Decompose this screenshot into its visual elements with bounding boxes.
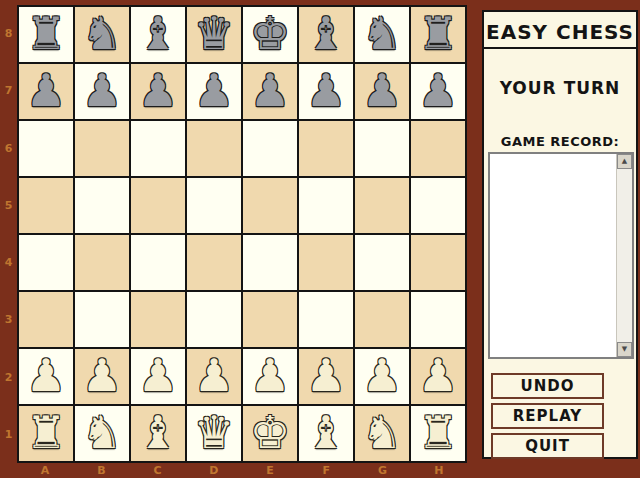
rank-label-4: 4 — [0, 234, 17, 291]
square-g1[interactable]: ♞ — [355, 406, 409, 461]
square-b4[interactable] — [75, 235, 129, 290]
square-e6[interactable] — [243, 121, 297, 176]
square-b8[interactable]: ♞ — [75, 7, 129, 62]
black-knight-piece[interactable]: ♞ — [82, 11, 122, 56]
square-f1[interactable]: ♝ — [299, 406, 353, 461]
square-d8[interactable]: ♛ — [187, 7, 241, 62]
square-a1[interactable]: ♜ — [19, 406, 73, 461]
square-c2[interactable]: ♟ — [131, 349, 185, 404]
square-h4[interactable] — [411, 235, 465, 290]
white-rook-piece[interactable]: ♜ — [26, 410, 66, 455]
square-b1[interactable]: ♞ — [75, 406, 129, 461]
square-e8[interactable]: ♚ — [243, 7, 297, 62]
square-d5[interactable] — [187, 178, 241, 233]
square-f3[interactable] — [299, 292, 353, 347]
black-bishop-piece[interactable]: ♝ — [306, 11, 346, 56]
square-h7[interactable]: ♟ — [411, 64, 465, 119]
black-pawn-piece[interactable]: ♟ — [250, 68, 290, 113]
square-e1[interactable]: ♚ — [243, 406, 297, 461]
square-h1[interactable]: ♜ — [411, 406, 465, 461]
rank-label-1: 1 — [0, 406, 17, 463]
square-d2[interactable]: ♟ — [187, 349, 241, 404]
square-e5[interactable] — [243, 178, 297, 233]
square-h3[interactable] — [411, 292, 465, 347]
white-queen-piece[interactable]: ♛ — [194, 410, 234, 455]
rank-label-3: 3 — [0, 291, 17, 348]
game-record-box[interactable]: ▲ ▼ — [488, 152, 634, 359]
square-a8[interactable]: ♜ — [19, 7, 73, 62]
app-title-wrap: EASY CHESS — [484, 20, 636, 49]
rank-label-8: 8 — [0, 5, 17, 62]
square-b2[interactable]: ♟ — [75, 349, 129, 404]
square-b6[interactable] — [75, 121, 129, 176]
white-pawn-piece[interactable]: ♟ — [82, 353, 122, 398]
white-pawn-piece[interactable]: ♟ — [250, 353, 290, 398]
square-a4[interactable] — [19, 235, 73, 290]
black-rook-piece[interactable]: ♜ — [26, 11, 66, 56]
scroll-up-icon[interactable]: ▲ — [617, 154, 632, 169]
white-pawn-piece[interactable]: ♟ — [138, 353, 178, 398]
file-label-d: D — [186, 463, 242, 478]
scroll-down-icon[interactable]: ▼ — [617, 342, 632, 357]
easy-chess-app: 87654321 ♜♞♝♛♚♝♞♜♟♟♟♟♟♟♟♟♟♟♟♟♟♟♟♟♜♞♝♛♚♝♞… — [0, 0, 640, 478]
black-rook-piece[interactable]: ♜ — [418, 11, 458, 56]
square-d4[interactable] — [187, 235, 241, 290]
square-f6[interactable] — [299, 121, 353, 176]
square-g2[interactable]: ♟ — [355, 349, 409, 404]
square-g8[interactable]: ♞ — [355, 7, 409, 62]
black-pawn-piece[interactable]: ♟ — [418, 68, 458, 113]
quit-button[interactable]: QUIT — [491, 433, 604, 459]
square-d1[interactable]: ♛ — [187, 406, 241, 461]
white-bishop-piece[interactable]: ♝ — [138, 410, 178, 455]
black-pawn-piece[interactable]: ♟ — [138, 68, 178, 113]
square-g4[interactable] — [355, 235, 409, 290]
black-pawn-piece[interactable]: ♟ — [82, 68, 122, 113]
file-label-h: H — [411, 463, 467, 478]
file-label-e: E — [242, 463, 298, 478]
square-c3[interactable] — [131, 292, 185, 347]
square-d6[interactable] — [187, 121, 241, 176]
app-title: EASY CHESS — [484, 20, 636, 49]
square-g3[interactable] — [355, 292, 409, 347]
square-c6[interactable] — [131, 121, 185, 176]
square-c5[interactable] — [131, 178, 185, 233]
white-pawn-piece[interactable]: ♟ — [362, 353, 402, 398]
replay-button[interactable]: REPLAY — [491, 403, 604, 429]
square-a2[interactable]: ♟ — [19, 349, 73, 404]
rank-labels: 87654321 — [0, 5, 17, 463]
record-scrollbar: ▲ ▼ — [616, 154, 632, 357]
square-a3[interactable] — [19, 292, 73, 347]
sidebar-panel: EASY CHESS YOUR TURN GAME RECORD: ▲ ▼ UN… — [482, 10, 638, 459]
white-pawn-piece[interactable]: ♟ — [194, 353, 234, 398]
square-e2[interactable]: ♟ — [243, 349, 297, 404]
white-knight-piece[interactable]: ♞ — [362, 410, 402, 455]
square-a5[interactable] — [19, 178, 73, 233]
square-d7[interactable]: ♟ — [187, 64, 241, 119]
square-e4[interactable] — [243, 235, 297, 290]
square-b3[interactable] — [75, 292, 129, 347]
file-labels: ABCDEFGH — [17, 463, 467, 478]
square-c7[interactable]: ♟ — [131, 64, 185, 119]
square-b7[interactable]: ♟ — [75, 64, 129, 119]
rank-label-7: 7 — [0, 62, 17, 119]
undo-button[interactable]: UNDO — [491, 373, 604, 399]
square-c4[interactable] — [131, 235, 185, 290]
black-queen-piece[interactable]: ♛ — [194, 11, 234, 56]
white-rook-piece[interactable]: ♜ — [418, 410, 458, 455]
white-king-piece[interactable]: ♚ — [250, 410, 290, 455]
game-record-label: GAME RECORD: — [484, 134, 636, 149]
white-knight-piece[interactable]: ♞ — [82, 410, 122, 455]
rank-label-5: 5 — [0, 177, 17, 234]
square-g7[interactable]: ♟ — [355, 64, 409, 119]
white-pawn-piece[interactable]: ♟ — [306, 353, 346, 398]
square-b5[interactable] — [75, 178, 129, 233]
white-pawn-piece[interactable]: ♟ — [26, 353, 66, 398]
square-c8[interactable]: ♝ — [131, 7, 185, 62]
square-d3[interactable] — [187, 292, 241, 347]
rank-label-2: 2 — [0, 349, 17, 406]
file-label-g: G — [355, 463, 411, 478]
square-f4[interactable] — [299, 235, 353, 290]
square-f8[interactable]: ♝ — [299, 7, 353, 62]
black-pawn-piece[interactable]: ♟ — [306, 68, 346, 113]
square-g5[interactable] — [355, 178, 409, 233]
square-f2[interactable]: ♟ — [299, 349, 353, 404]
black-knight-piece[interactable]: ♞ — [362, 11, 402, 56]
square-g6[interactable] — [355, 121, 409, 176]
file-label-c: C — [130, 463, 186, 478]
square-e7[interactable]: ♟ — [243, 64, 297, 119]
square-e3[interactable] — [243, 292, 297, 347]
white-bishop-piece[interactable]: ♝ — [306, 410, 346, 455]
file-label-b: B — [73, 463, 129, 478]
file-label-a: A — [17, 463, 73, 478]
black-pawn-piece[interactable]: ♟ — [26, 68, 66, 113]
white-pawn-piece[interactable]: ♟ — [418, 353, 458, 398]
chess-board[interactable]: ♜♞♝♛♚♝♞♜♟♟♟♟♟♟♟♟♟♟♟♟♟♟♟♟♜♞♝♛♚♝♞♜ — [17, 5, 467, 463]
square-f5[interactable] — [299, 178, 353, 233]
square-a7[interactable]: ♟ — [19, 64, 73, 119]
black-pawn-piece[interactable]: ♟ — [362, 68, 402, 113]
game-record-content — [492, 156, 615, 355]
black-pawn-piece[interactable]: ♟ — [194, 68, 234, 113]
square-a6[interactable] — [19, 121, 73, 176]
black-bishop-piece[interactable]: ♝ — [138, 11, 178, 56]
square-h5[interactable] — [411, 178, 465, 233]
black-king-piece[interactable]: ♚ — [250, 11, 290, 56]
rank-label-6: 6 — [0, 120, 17, 177]
turn-status: YOUR TURN — [484, 78, 636, 98]
square-h8[interactable]: ♜ — [411, 7, 465, 62]
square-h6[interactable] — [411, 121, 465, 176]
square-f7[interactable]: ♟ — [299, 64, 353, 119]
file-label-f: F — [298, 463, 354, 478]
square-h2[interactable]: ♟ — [411, 349, 465, 404]
square-c1[interactable]: ♝ — [131, 406, 185, 461]
